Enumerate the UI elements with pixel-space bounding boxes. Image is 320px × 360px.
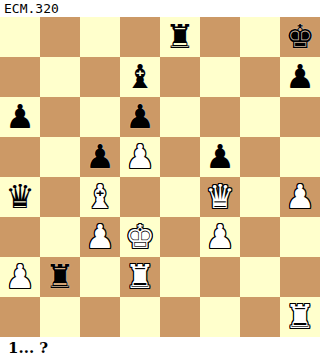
white-bishop[interactable]: ♝: [85, 177, 115, 217]
square-f6[interactable]: [200, 97, 240, 137]
square-e1[interactable]: [160, 297, 200, 337]
square-b6[interactable]: [40, 97, 80, 137]
square-b4[interactable]: [40, 177, 80, 217]
square-e3[interactable]: [160, 217, 200, 257]
white-pawn[interactable]: ♟: [285, 177, 315, 217]
square-h8[interactable]: ♚: [280, 17, 320, 57]
square-e8[interactable]: ♜: [160, 17, 200, 57]
square-c7[interactable]: [80, 57, 120, 97]
white-pawn[interactable]: ♟: [5, 257, 35, 297]
square-g8[interactable]: [240, 17, 280, 57]
square-f4[interactable]: ♛: [200, 177, 240, 217]
black-queen[interactable]: ♛: [5, 177, 35, 217]
square-d5[interactable]: ♟: [120, 137, 160, 177]
black-pawn[interactable]: ♟: [125, 97, 155, 137]
white-pawn[interactable]: ♟: [125, 137, 155, 177]
square-g1[interactable]: [240, 297, 280, 337]
black-king[interactable]: ♚: [285, 17, 315, 57]
square-f7[interactable]: [200, 57, 240, 97]
white-queen[interactable]: ♛: [205, 177, 235, 217]
square-a5[interactable]: [0, 137, 40, 177]
square-h5[interactable]: [280, 137, 320, 177]
chess-board: ♜♚♝♟♟♟♟♟♟♛♝♛♟♟♚♟♟♜♜♜: [0, 17, 320, 337]
black-pawn[interactable]: ♟: [205, 137, 235, 177]
square-f5[interactable]: ♟: [200, 137, 240, 177]
square-b3[interactable]: [40, 217, 80, 257]
square-d4[interactable]: [120, 177, 160, 217]
square-h4[interactable]: ♟: [280, 177, 320, 217]
square-e5[interactable]: [160, 137, 200, 177]
white-pawn[interactable]: ♟: [85, 217, 115, 257]
diagram-title: ECM.320: [4, 1, 59, 16]
square-g6[interactable]: [240, 97, 280, 137]
square-a1[interactable]: [0, 297, 40, 337]
square-e2[interactable]: [160, 257, 200, 297]
square-g5[interactable]: [240, 137, 280, 177]
square-c4[interactable]: ♝: [80, 177, 120, 217]
square-f3[interactable]: ♟: [200, 217, 240, 257]
square-b1[interactable]: [40, 297, 80, 337]
black-pawn[interactable]: ♟: [85, 137, 115, 177]
square-d1[interactable]: [120, 297, 160, 337]
square-f2[interactable]: [200, 257, 240, 297]
square-a7[interactable]: [0, 57, 40, 97]
square-d3[interactable]: ♚: [120, 217, 160, 257]
square-b8[interactable]: [40, 17, 80, 57]
square-e6[interactable]: [160, 97, 200, 137]
square-a3[interactable]: [0, 217, 40, 257]
square-h1[interactable]: ♜: [280, 297, 320, 337]
square-h7[interactable]: ♟: [280, 57, 320, 97]
white-rook[interactable]: ♜: [125, 257, 155, 297]
square-h6[interactable]: [280, 97, 320, 137]
square-c8[interactable]: [80, 17, 120, 57]
square-h2[interactable]: [280, 257, 320, 297]
square-f1[interactable]: [200, 297, 240, 337]
square-h3[interactable]: [280, 217, 320, 257]
white-pawn[interactable]: ♟: [205, 217, 235, 257]
square-c3[interactable]: ♟: [80, 217, 120, 257]
square-g2[interactable]: [240, 257, 280, 297]
square-b5[interactable]: [40, 137, 80, 177]
square-a2[interactable]: ♟: [0, 257, 40, 297]
square-d2[interactable]: ♜: [120, 257, 160, 297]
square-b2[interactable]: ♜: [40, 257, 80, 297]
square-e4[interactable]: [160, 177, 200, 217]
black-rook[interactable]: ♜: [165, 17, 195, 57]
square-c5[interactable]: ♟: [80, 137, 120, 177]
square-b7[interactable]: [40, 57, 80, 97]
square-g7[interactable]: [240, 57, 280, 97]
black-bishop[interactable]: ♝: [125, 57, 155, 97]
black-pawn[interactable]: ♟: [5, 97, 35, 137]
square-c6[interactable]: [80, 97, 120, 137]
square-g4[interactable]: [240, 177, 280, 217]
black-rook[interactable]: ♜: [45, 257, 75, 297]
square-c1[interactable]: [80, 297, 120, 337]
square-a6[interactable]: ♟: [0, 97, 40, 137]
square-f8[interactable]: [200, 17, 240, 57]
black-pawn[interactable]: ♟: [285, 57, 315, 97]
square-c2[interactable]: [80, 257, 120, 297]
square-d7[interactable]: ♝: [120, 57, 160, 97]
square-a4[interactable]: ♛: [0, 177, 40, 217]
white-rook[interactable]: ♜: [285, 297, 315, 337]
square-g3[interactable]: [240, 217, 280, 257]
square-d8[interactable]: [120, 17, 160, 57]
move-prompt: 1... ?: [8, 339, 48, 357]
square-a8[interactable]: [0, 17, 40, 57]
square-d6[interactable]: ♟: [120, 97, 160, 137]
square-e7[interactable]: [160, 57, 200, 97]
white-king[interactable]: ♚: [125, 217, 155, 257]
